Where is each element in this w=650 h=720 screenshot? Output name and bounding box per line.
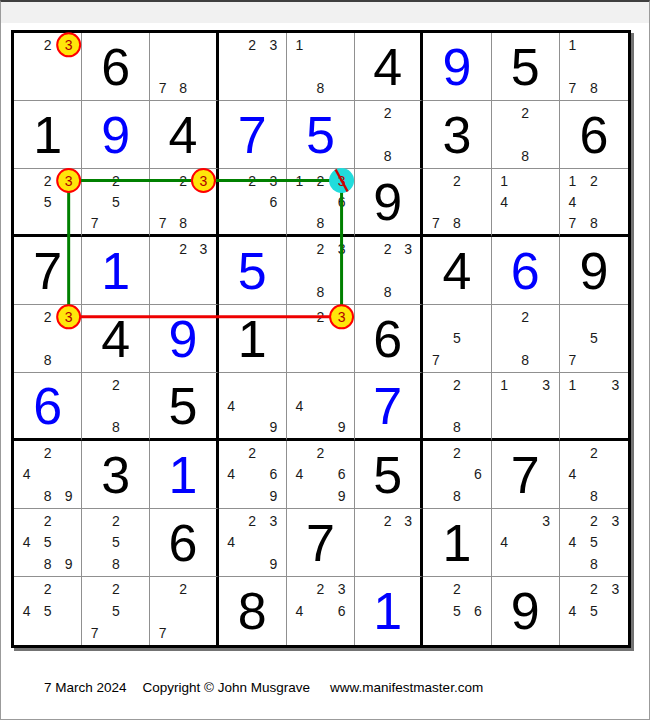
candidate-r3c9-7: 7 <box>562 212 583 233</box>
candidate-r3c1-2: 2 <box>37 170 58 191</box>
candidate-r5c5-2: 2 <box>310 306 331 328</box>
candidate-grid: 12478 <box>562 170 626 233</box>
given-digit: 5 <box>373 449 402 501</box>
cell-r2c3[interactable]: 4 <box>150 101 218 169</box>
sudoku-board[interactable]: 2367823184951781947528328623525723782361… <box>11 30 631 648</box>
candidate-r1c9-1: 1 <box>562 34 583 56</box>
cell-r5c5[interactable]: 23 <box>287 305 355 373</box>
candidate-r8c9-8: 8 <box>583 553 604 575</box>
candidate-r8c2-8: 8 <box>105 553 126 575</box>
candidate-r4c6-3: 3 <box>398 238 418 260</box>
candidate-grid: 13 <box>562 374 626 437</box>
candidate-r9c7-6: 6 <box>467 600 488 622</box>
given-digit: 5 <box>169 380 198 432</box>
candidate-r8c2-2: 2 <box>105 510 126 532</box>
candidate-r4c5-8: 8 <box>310 281 331 303</box>
cell-r3c2[interactable]: 257 <box>82 169 150 237</box>
cell-r7c1[interactable]: 2489 <box>14 441 82 509</box>
candidate-grid: 2349 <box>221 510 284 575</box>
candidate-grid: 178 <box>562 34 626 99</box>
cell-r4c8[interactable]: 6 <box>492 237 560 305</box>
candidate-r4c6-8: 8 <box>378 281 398 303</box>
candidate-r4c6-2: 2 <box>378 238 398 260</box>
candidate-grid: 2345 <box>562 578 626 644</box>
candidate-grid: 78 <box>152 34 213 99</box>
candidate-r9c9-2: 2 <box>583 578 604 600</box>
cell-r8c7[interactable]: 1 <box>423 509 491 577</box>
cell-r5c9[interactable]: 57 <box>560 305 628 373</box>
candidate-r6c5-4: 4 <box>289 395 310 416</box>
candidate-r3c9-1: 1 <box>562 170 583 191</box>
cell-r6c4[interactable]: 49 <box>219 373 287 441</box>
candidate-grid: 49 <box>221 374 284 437</box>
cell-r7c6[interactable]: 5 <box>355 441 423 509</box>
candidate-r3c4-3: 3 <box>263 170 284 191</box>
footer-date: 7 March 2024 <box>44 680 127 695</box>
candidate-r7c1-4: 4 <box>16 464 37 486</box>
cell-r2c2[interactable]: 9 <box>82 101 150 169</box>
candidate-r7c1-8: 8 <box>37 485 58 507</box>
solved-digit: 9 <box>169 313 198 365</box>
candidate-r1c9-8: 8 <box>583 77 604 99</box>
candidate-r4c5-3: 3 <box>331 238 352 260</box>
cell-r4c6[interactable]: 238 <box>355 237 423 305</box>
candidate-r3c5-6: 6 <box>331 191 352 212</box>
candidate-grid: 2469 <box>289 442 352 507</box>
candidate-grid: 238 <box>357 238 418 303</box>
candidate-r8c8-3: 3 <box>536 510 557 532</box>
candidate-grid: 14 <box>494 170 557 233</box>
given-digit: 4 <box>373 41 402 93</box>
candidate-r9c2-2: 2 <box>105 578 126 600</box>
cell-r5c3[interactable]: 9 <box>150 305 218 373</box>
cell-r1c4[interactable]: 23 <box>219 33 287 101</box>
cell-r1c3[interactable]: 78 <box>150 33 218 101</box>
candidate-r7c9-8: 8 <box>583 485 604 507</box>
given-digit: 9 <box>579 245 608 297</box>
candidate-r9c3-2: 2 <box>173 578 193 600</box>
candidate-r7c7-8: 8 <box>446 485 467 507</box>
cell-r6c2[interactable]: 28 <box>82 373 150 441</box>
candidate-r8c9-2: 2 <box>583 510 604 532</box>
solved-digit: 1 <box>101 245 130 297</box>
given-digit: 9 <box>373 176 402 228</box>
given-digit: 4 <box>101 313 130 365</box>
given-digit: 6 <box>169 517 198 569</box>
candidate-r7c4-9: 9 <box>263 485 284 507</box>
cell-r4c4[interactable]: 5 <box>219 237 287 305</box>
candidate-r5c1-8: 8 <box>37 349 58 371</box>
cell-r8c2[interactable]: 258 <box>82 509 150 577</box>
candidate-r9c1-2: 2 <box>37 578 58 600</box>
candidate-grid: 238 <box>289 238 352 303</box>
cell-r3c7[interactable]: 278 <box>423 169 491 237</box>
cell-r8c3[interactable]: 6 <box>150 509 218 577</box>
candidate-grid: 28 <box>84 374 147 437</box>
candidate-r5c9-5: 5 <box>583 328 604 350</box>
candidate-r6c7-2: 2 <box>446 374 467 395</box>
cell-r1c6[interactable]: 4 <box>355 33 423 101</box>
cell-r3c5[interactable]: 12368 <box>287 169 355 237</box>
cell-r1c8[interactable]: 5 <box>492 33 560 101</box>
cell-r2c8[interactable]: 28 <box>492 101 560 169</box>
candidate-r1c9-7: 7 <box>562 77 583 99</box>
candidate-r4c5-2: 2 <box>310 238 331 260</box>
page: 2367823184951781947528328623525723782361… <box>0 0 650 720</box>
solved-digit: 9 <box>101 109 130 161</box>
candidate-grid: 248 <box>562 442 626 507</box>
cell-r5c4[interactable]: 1 <box>219 305 287 373</box>
candidate-r7c1-2: 2 <box>37 442 58 464</box>
candidate-r1c5-1: 1 <box>289 34 310 56</box>
solved-digit: 6 <box>33 380 62 432</box>
candidate-r7c1-9: 9 <box>58 485 79 507</box>
candidate-grid: 245 <box>16 578 79 644</box>
cell-r9c9[interactable]: 2345 <box>560 577 628 645</box>
candidate-grid: 257 <box>84 170 147 233</box>
candidate-r7c5-2: 2 <box>310 442 331 464</box>
cell-r7c3[interactable]: 1 <box>150 441 218 509</box>
candidate-r5c8-2: 2 <box>515 306 536 328</box>
cell-r2c5[interactable]: 5 <box>287 101 355 169</box>
candidate-r6c2-8: 8 <box>105 416 126 437</box>
candidate-r8c9-5: 5 <box>583 532 604 554</box>
cell-r1c1[interactable]: 23 <box>14 33 82 101</box>
candidate-r3c3-7: 7 <box>152 212 172 233</box>
cell-r5c7[interactable]: 57 <box>423 305 491 373</box>
candidate-r8c6-2: 2 <box>378 510 398 532</box>
candidate-r7c7-6: 6 <box>467 464 488 486</box>
given-digit: 6 <box>373 313 402 365</box>
candidate-r1c4-3: 3 <box>263 34 284 56</box>
candidate-r4c3-3: 3 <box>193 238 213 260</box>
candidate-r5c9-7: 7 <box>562 349 583 371</box>
cell-r7c7[interactable]: 268 <box>423 441 491 509</box>
given-digit: 1 <box>33 109 62 161</box>
cell-r6c9[interactable]: 13 <box>560 373 628 441</box>
candidate-r2c6-8: 8 <box>378 145 398 167</box>
cell-r9c4[interactable]: 8 <box>219 577 287 645</box>
candidate-r6c4-4: 4 <box>221 395 242 416</box>
candidate-grid: 258 <box>84 510 147 575</box>
candidate-grid: 28 <box>494 306 557 371</box>
candidate-r6c9-3: 3 <box>605 374 626 395</box>
cell-r4c7[interactable]: 4 <box>423 237 491 305</box>
candidate-r9c5-6: 6 <box>331 600 352 622</box>
candidate-grid: 24589 <box>16 510 79 575</box>
given-digit: 7 <box>306 517 335 569</box>
given-digit: 8 <box>238 585 267 637</box>
candidate-r7c4-2: 2 <box>242 442 263 464</box>
cell-r2c1[interactable]: 1 <box>14 101 82 169</box>
footer: 7 March 2024Copyright © John Musgravewww… <box>44 680 483 695</box>
given-digit: 7 <box>33 245 62 297</box>
cell-r5c2[interactable]: 4 <box>82 305 150 373</box>
candidate-r2c8-2: 2 <box>515 102 536 124</box>
cell-r3c3[interactable]: 2378 <box>150 169 218 237</box>
candidate-r3c9-2: 2 <box>583 170 604 191</box>
candidate-r8c9-4: 4 <box>562 532 583 554</box>
given-digit: 7 <box>511 449 540 501</box>
candidate-r8c4-4: 4 <box>221 532 242 554</box>
candidate-r3c5-1: 1 <box>289 170 310 191</box>
candidate-r3c8-4: 4 <box>494 191 515 212</box>
cell-r1c5[interactable]: 18 <box>287 33 355 101</box>
candidate-r8c9-3: 3 <box>605 510 626 532</box>
given-digit: 1 <box>238 313 267 365</box>
solved-digit: 9 <box>442 41 471 93</box>
given-digit: 1 <box>442 517 471 569</box>
candidate-r8c4-9: 9 <box>263 553 284 575</box>
candidate-r9c1-4: 4 <box>16 600 37 622</box>
cell-r8c5[interactable]: 7 <box>287 509 355 577</box>
candidate-grid: 2378 <box>152 170 213 233</box>
candidate-r3c3-2: 2 <box>173 170 193 191</box>
candidate-r3c2-5: 5 <box>105 191 126 212</box>
candidate-grid: 27 <box>152 578 213 644</box>
cell-r1c2[interactable]: 6 <box>82 33 150 101</box>
top-scrollbar <box>1 2 649 23</box>
candidate-grid: 235 <box>16 170 79 233</box>
candidate-r3c8-1: 1 <box>494 170 515 191</box>
given-digit: 5 <box>511 41 540 93</box>
candidate-r1c3-8: 8 <box>173 77 193 99</box>
given-digit: 6 <box>101 41 130 93</box>
candidate-grid: 268 <box>425 442 488 507</box>
candidate-r3c4-6: 6 <box>263 191 284 212</box>
candidate-grid: 23458 <box>562 510 626 575</box>
candidate-r3c7-8: 8 <box>446 212 467 233</box>
cell-r8c6[interactable]: 23 <box>355 509 423 577</box>
given-digit: 6 <box>579 109 608 161</box>
candidate-r9c9-5: 5 <box>583 600 604 622</box>
candidate-r6c5-9: 9 <box>331 416 352 437</box>
candidate-r6c7-8: 8 <box>446 416 467 437</box>
cell-r2c7[interactable]: 3 <box>423 101 491 169</box>
cell-r5c6[interactable]: 6 <box>355 305 423 373</box>
cell-r2c6[interactable]: 28 <box>355 101 423 169</box>
cell-r4c2[interactable]: 1 <box>82 237 150 305</box>
candidate-r7c9-4: 4 <box>562 464 583 486</box>
candidate-r8c1-4: 4 <box>16 532 37 554</box>
cell-r9c6[interactable]: 1 <box>355 577 423 645</box>
candidate-r6c8-1: 1 <box>494 374 515 395</box>
candidate-r3c4-2: 2 <box>242 170 263 191</box>
candidate-grid: 238 <box>16 306 79 371</box>
candidate-r2c6-2: 2 <box>378 102 398 124</box>
cell-r7c5[interactable]: 2469 <box>287 441 355 509</box>
cell-r7c4[interactable]: 2469 <box>219 441 287 509</box>
footer-url[interactable]: www.manifestmaster.com <box>330 680 483 695</box>
candidate-grid: 256 <box>425 578 488 644</box>
candidate-r8c4-3: 3 <box>263 510 284 532</box>
candidate-r7c5-4: 4 <box>289 464 310 486</box>
candidate-r8c1-2: 2 <box>37 510 58 532</box>
candidate-r3c9-4: 4 <box>562 191 583 212</box>
candidate-r7c4-4: 4 <box>221 464 242 486</box>
cell-r4c3[interactable]: 23 <box>150 237 218 305</box>
candidate-r9c9-4: 4 <box>562 600 583 622</box>
solved-digit: 7 <box>238 109 267 161</box>
candidate-r6c2-2: 2 <box>105 374 126 395</box>
candidate-r3c7-7: 7 <box>425 212 446 233</box>
given-digit: 4 <box>442 245 471 297</box>
candidate-grid: 34 <box>494 510 557 575</box>
cell-r1c9[interactable]: 178 <box>560 33 628 101</box>
candidate-grid: 23 <box>221 34 284 99</box>
candidate-r9c5-3: 3 <box>331 578 352 600</box>
cell-r4c5[interactable]: 238 <box>287 237 355 305</box>
candidate-r9c9-3: 3 <box>605 578 626 600</box>
cell-r8c8[interactable]: 34 <box>492 509 560 577</box>
candidate-grid: 57 <box>562 306 626 371</box>
cell-r7c9[interactable]: 248 <box>560 441 628 509</box>
cell-r8c9[interactable]: 23458 <box>560 509 628 577</box>
cell-r2c4[interactable]: 7 <box>219 101 287 169</box>
cell-r9c3[interactable]: 27 <box>150 577 218 645</box>
cell-r3c6[interactable]: 9 <box>355 169 423 237</box>
candidate-grid: 13 <box>494 374 557 437</box>
solved-digit: 1 <box>373 585 402 637</box>
solved-digit: 6 <box>511 245 540 297</box>
cell-r9c1[interactable]: 245 <box>14 577 82 645</box>
cell-r7c2[interactable]: 3 <box>82 441 150 509</box>
solved-digit: 5 <box>238 245 267 297</box>
cell-r3c4[interactable]: 236 <box>219 169 287 237</box>
candidate-r9c2-5: 5 <box>105 600 126 622</box>
candidate-grid: 12368 <box>289 170 352 233</box>
candidate-r7c7-2: 2 <box>446 442 467 464</box>
cell-r6c1[interactable]: 6 <box>14 373 82 441</box>
solved-digit: 7 <box>373 380 402 432</box>
cell-r5c8[interactable]: 28 <box>492 305 560 373</box>
cell-r8c4[interactable]: 2349 <box>219 509 287 577</box>
candidate-r3c3-8: 8 <box>173 212 193 233</box>
candidate-r8c4-2: 2 <box>242 510 263 532</box>
cell-r8c1[interactable]: 24589 <box>14 509 82 577</box>
candidate-r8c1-9: 9 <box>58 553 79 575</box>
candidate-r9c7-2: 2 <box>446 578 467 600</box>
candidate-r1c1-2: 2 <box>37 34 58 56</box>
candidate-r7c4-6: 6 <box>263 464 284 486</box>
candidate-grid: 18 <box>289 34 352 99</box>
candidate-r3c2-2: 2 <box>105 170 126 191</box>
candidate-r3c5-2: 2 <box>310 170 331 191</box>
given-digit: 3 <box>442 109 471 161</box>
cell-r6c5[interactable]: 49 <box>287 373 355 441</box>
candidate-r3c9-8: 8 <box>583 212 604 233</box>
candidate-grid: 28 <box>425 374 488 437</box>
footer-copyright: Copyright © John Musgrave <box>143 680 311 695</box>
cell-r9c7[interactable]: 256 <box>423 577 491 645</box>
candidate-r9c1-5: 5 <box>37 600 58 622</box>
candidate-r9c5-2: 2 <box>310 578 331 600</box>
candidate-grid: 28 <box>494 102 557 167</box>
candidate-r9c2-7: 7 <box>84 622 105 644</box>
given-digit: 3 <box>101 449 130 501</box>
cell-r3c1[interactable]: 235 <box>14 169 82 237</box>
candidate-r3c7-2: 2 <box>446 170 467 191</box>
candidate-r6c9-1: 1 <box>562 374 583 395</box>
candidate-r7c9-2: 2 <box>583 442 604 464</box>
candidate-r6c4-9: 9 <box>263 416 284 437</box>
given-digit: 4 <box>169 109 198 161</box>
candidate-r9c5-4: 4 <box>289 600 310 622</box>
solved-digit: 1 <box>169 449 198 501</box>
candidate-grid: 278 <box>425 170 488 233</box>
candidate-r8c6-3: 3 <box>398 510 418 532</box>
candidate-grid: 257 <box>84 578 147 644</box>
candidate-r9c7-5: 5 <box>446 600 467 622</box>
solved-digit: 5 <box>306 109 335 161</box>
cell-r5c1[interactable]: 238 <box>14 305 82 373</box>
candidate-grid: 2346 <box>289 578 352 644</box>
candidate-r1c3-7: 7 <box>152 77 172 99</box>
candidate-grid: 2489 <box>16 442 79 507</box>
candidate-r3c5-8: 8 <box>310 212 331 233</box>
cell-r4c9[interactable]: 9 <box>560 237 628 305</box>
cell-r9c5[interactable]: 2346 <box>287 577 355 645</box>
candidate-r8c1-5: 5 <box>37 532 58 554</box>
cell-r6c8[interactable]: 13 <box>492 373 560 441</box>
cell-r3c9[interactable]: 12478 <box>560 169 628 237</box>
candidate-r3c1-5: 5 <box>37 191 58 212</box>
candidate-r3c2-7: 7 <box>84 212 105 233</box>
candidate-grid: 23 <box>289 306 352 371</box>
candidate-grid: 23 <box>152 238 213 303</box>
given-digit: 9 <box>511 585 540 637</box>
cell-r9c2[interactable]: 257 <box>82 577 150 645</box>
cell-r3c8[interactable]: 14 <box>492 169 560 237</box>
candidate-r9c3-7: 7 <box>152 622 172 644</box>
cell-r9c8[interactable]: 9 <box>492 577 560 645</box>
candidate-grid: 2469 <box>221 442 284 507</box>
candidate-grid: 49 <box>289 374 352 437</box>
candidate-grid: 28 <box>357 102 418 167</box>
cell-r4c1[interactable]: 7 <box>14 237 82 305</box>
candidate-grid: 23 <box>16 34 79 99</box>
candidate-grid: 23 <box>357 510 418 575</box>
cell-r6c7[interactable]: 28 <box>423 373 491 441</box>
candidate-grid: 57 <box>425 306 488 371</box>
candidate-r8c8-4: 4 <box>494 532 515 554</box>
candidate-r7c5-9: 9 <box>331 485 352 507</box>
candidate-r8c1-8: 8 <box>37 553 58 575</box>
cell-r6c6[interactable]: 7 <box>355 373 423 441</box>
candidate-r7c5-6: 6 <box>331 464 352 486</box>
board-wrap: 2367823184951781947528328623525723782361… <box>11 30 631 648</box>
candidate-r5c7-5: 5 <box>446 328 467 350</box>
candidate-r8c2-5: 5 <box>105 532 126 554</box>
candidate-grid: 236 <box>221 170 284 233</box>
candidate-r5c7-7: 7 <box>425 349 446 371</box>
cell-r6c3[interactable]: 5 <box>150 373 218 441</box>
cell-r1c7[interactable]: 9 <box>423 33 491 101</box>
candidate-r1c5-8: 8 <box>310 77 331 99</box>
cell-r7c8[interactable]: 7 <box>492 441 560 509</box>
candidate-r4c3-2: 2 <box>173 238 193 260</box>
candidate-r5c1-2: 2 <box>37 306 58 328</box>
candidate-r2c8-8: 8 <box>515 145 536 167</box>
candidate-r1c4-2: 2 <box>242 34 263 56</box>
candidate-r5c8-8: 8 <box>515 349 536 371</box>
candidate-r6c8-3: 3 <box>536 374 557 395</box>
cell-r2c9[interactable]: 6 <box>560 101 628 169</box>
